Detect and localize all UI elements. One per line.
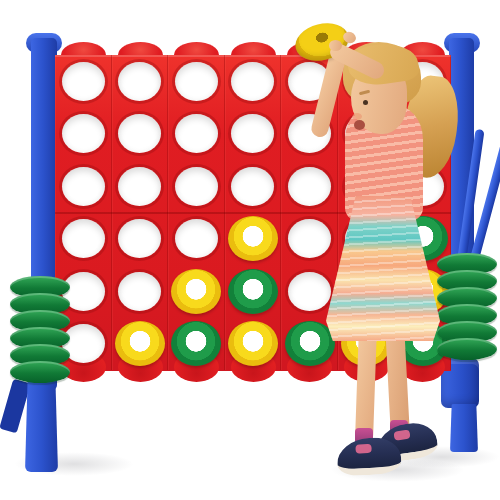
girl-rainbow-skirt: [326, 196, 440, 341]
cell-r3c2: [112, 160, 169, 213]
cell-r1c2: [112, 55, 169, 108]
board-hole: [118, 219, 161, 258]
board-hole: [231, 114, 274, 153]
board-hole: [62, 219, 105, 258]
left-ring-rack: [10, 281, 74, 383]
cell-r6c3: [168, 318, 225, 371]
yellow-ring-disc: [115, 321, 165, 366]
shoe-lace: [356, 444, 372, 454]
cell-r6c4: [225, 318, 282, 371]
cell-r2c3: [168, 108, 225, 161]
board-hole: [231, 167, 274, 206]
cell-r6c2: [112, 318, 169, 371]
cell-r2c2: [112, 108, 169, 161]
yellow-ring-disc: [228, 321, 278, 366]
cell-r1c1: [55, 55, 112, 108]
left-front-leg: [25, 378, 58, 472]
board-hole: [175, 62, 218, 101]
board-hole: [118, 114, 161, 153]
cell-r2c4: [225, 108, 282, 161]
product-photo-scene: [0, 0, 500, 500]
board-hole: [231, 62, 274, 101]
board-hole: [62, 114, 105, 153]
cell-r1c3: [168, 55, 225, 108]
green-storage-ring: [10, 361, 70, 383]
cell-r5c4: [225, 265, 282, 318]
board-hole: [175, 114, 218, 153]
yellow-ring-disc: [171, 269, 221, 314]
board-hole: [175, 219, 218, 258]
board-hole: [175, 167, 218, 206]
girl-eye: [363, 100, 368, 105]
cell-r3c3: [168, 160, 225, 213]
board-hole: [62, 167, 105, 206]
cell-r4c4: [225, 213, 282, 266]
board-hole: [62, 62, 105, 101]
shoe-lace: [393, 429, 410, 440]
left-rear-leg: [0, 379, 31, 434]
board-hole: [118, 272, 161, 311]
green-ring-disc: [228, 269, 278, 314]
girl-sneaker: [336, 436, 402, 476]
board-hole: [118, 62, 161, 101]
cell-r4c1: [55, 213, 112, 266]
cell-r4c2: [112, 213, 169, 266]
cell-r1c4: [225, 55, 282, 108]
girl-hand: [329, 40, 342, 51]
cell-r3c1: [55, 160, 112, 213]
green-ring-disc: [171, 321, 221, 366]
cell-r5c3: [168, 265, 225, 318]
girl-mouth: [354, 120, 365, 130]
cell-r2c1: [55, 108, 112, 161]
board-hole: [118, 167, 161, 206]
cell-r3c4: [225, 160, 282, 213]
yellow-ring-disc: [228, 216, 278, 261]
girl-cheek: [352, 113, 362, 120]
cell-r5c2: [112, 265, 169, 318]
child-player: [293, 24, 465, 476]
cell-r4c3: [168, 213, 225, 266]
